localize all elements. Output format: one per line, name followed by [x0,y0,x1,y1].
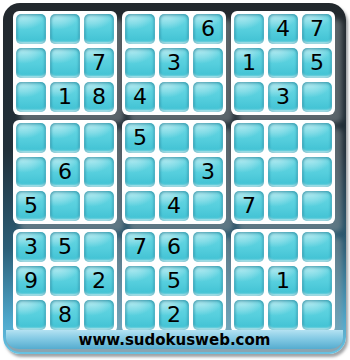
cell-r4c8[interactable] [268,123,298,153]
cell-r2c4[interactable] [125,48,155,78]
cell-r2c2[interactable] [50,48,80,78]
cell-value: 3 [276,86,290,108]
cell-r2c7[interactable]: 1 [234,48,264,78]
cell-r4c9[interactable] [302,123,332,153]
cell-r5c4[interactable] [125,157,155,187]
cell-value: 8 [92,86,106,108]
box-r3c1: 35928 [13,229,117,333]
cell-value: 7 [242,195,256,217]
cell-value: 5 [58,236,72,258]
cell-r6c2[interactable] [50,191,80,221]
cell-r3c3[interactable]: 8 [84,82,114,112]
cell-r3c4[interactable]: 4 [125,82,155,112]
cell-r7c6[interactable] [193,232,223,262]
cell-r8c6[interactable] [193,266,223,296]
box-r3c3: 1 [231,229,335,333]
cell-r1c5[interactable] [159,14,189,44]
cell-r3c6[interactable] [193,82,223,112]
cell-value: 5 [310,52,324,74]
cell-value: 8 [58,304,72,326]
cell-r4c7[interactable] [234,123,264,153]
cell-r9c6[interactable] [193,300,223,330]
cell-value: 5 [133,127,147,149]
cell-r5c2[interactable]: 6 [50,157,80,187]
cell-r6c1[interactable]: 5 [16,191,46,221]
cell-value: 3 [24,236,38,258]
cell-value: 7 [310,18,324,40]
cell-value: 6 [167,236,181,258]
cell-r8c4[interactable] [125,266,155,296]
cell-r7c5[interactable]: 6 [159,232,189,262]
cell-r1c7[interactable] [234,14,264,44]
cell-r8c8[interactable]: 1 [268,266,298,296]
cell-r6c3[interactable] [84,191,114,221]
cell-r3c5[interactable] [159,82,189,112]
cell-r1c8[interactable]: 4 [268,14,298,44]
cell-r7c8[interactable] [268,232,298,262]
cell-r9c2[interactable]: 8 [50,300,80,330]
cell-value: 3 [167,52,181,74]
cell-r3c1[interactable] [16,82,46,112]
cell-r8c5[interactable]: 5 [159,266,189,296]
cell-r5c6[interactable]: 3 [193,157,223,187]
box-r1c3: 47153 [231,11,335,115]
cell-r8c7[interactable] [234,266,264,296]
cell-r1c3[interactable] [84,14,114,44]
cell-r1c4[interactable] [125,14,155,44]
cell-r5c5[interactable] [159,157,189,187]
cell-value: 4 [133,86,147,108]
cell-r8c1[interactable]: 9 [16,266,46,296]
cell-r3c7[interactable] [234,82,264,112]
cell-r2c9[interactable]: 5 [302,48,332,78]
cell-value: 4 [276,18,290,40]
cell-r4c5[interactable] [159,123,189,153]
cell-r9c5[interactable]: 2 [159,300,189,330]
cell-r6c5[interactable]: 4 [159,191,189,221]
cell-r4c6[interactable] [193,123,223,153]
cell-r3c9[interactable] [302,82,332,112]
cell-r8c2[interactable] [50,266,80,296]
cell-r1c9[interactable]: 7 [302,14,332,44]
box-r3c2: 7652 [122,229,226,333]
cell-r2c6[interactable] [193,48,223,78]
cell-r2c3[interactable]: 7 [84,48,114,78]
cell-value: 1 [242,52,256,74]
cell-r6c9[interactable] [302,191,332,221]
cell-r7c3[interactable] [84,232,114,262]
cell-r6c6[interactable] [193,191,223,221]
box-r1c1: 718 [13,11,117,115]
cell-value: 6 [201,18,215,40]
page: { "game": "sudoku", "position": ".....6.… [0,0,350,360]
cell-r5c7[interactable] [234,157,264,187]
cell-value: 1 [58,86,72,108]
cell-r7c9[interactable] [302,232,332,262]
cell-r2c8[interactable] [268,48,298,78]
cell-r9c7[interactable] [234,300,264,330]
cell-r7c4[interactable]: 7 [125,232,155,262]
cell-r8c9[interactable] [302,266,332,296]
cell-r8c3[interactable]: 2 [84,266,114,296]
cell-r6c8[interactable] [268,191,298,221]
cell-r5c9[interactable] [302,157,332,187]
cell-value: 6 [58,161,72,183]
cell-value: 2 [92,270,106,292]
cell-r4c3[interactable] [84,123,114,153]
cell-r3c8[interactable]: 3 [268,82,298,112]
cell-r9c1[interactable] [16,300,46,330]
cell-r9c8[interactable] [268,300,298,330]
cell-r3c2[interactable]: 1 [50,82,80,112]
cell-r2c5[interactable]: 3 [159,48,189,78]
cell-r1c2[interactable] [50,14,80,44]
cell-r7c7[interactable] [234,232,264,262]
cell-r9c3[interactable] [84,300,114,330]
cell-r4c1[interactable] [16,123,46,153]
cell-value: 9 [24,270,38,292]
cell-r5c3[interactable] [84,157,114,187]
sudoku-grid: 718634471536553473592876521 [13,11,335,333]
cell-r1c6[interactable]: 6 [193,14,223,44]
cell-r6c7[interactable]: 7 [234,191,264,221]
cell-r9c4[interactable] [125,300,155,330]
box-r2c1: 65 [13,120,117,224]
cell-r9c9[interactable] [302,300,332,330]
box-r2c3: 7 [231,120,335,224]
cell-r2c1[interactable] [16,48,46,78]
box-r2c2: 534 [122,120,226,224]
cell-r7c2[interactable]: 5 [50,232,80,262]
cell-r4c2[interactable] [50,123,80,153]
board-frame: 718634471536553473592876521 www.sudokusw… [3,3,346,354]
cell-value: 7 [133,236,147,258]
cell-value: 4 [167,195,181,217]
cell-value: 5 [167,270,181,292]
box-r1c2: 634 [122,11,226,115]
cell-value: 7 [92,52,106,74]
cell-r6c4[interactable] [125,191,155,221]
cell-value: 2 [167,304,181,326]
cell-value: 1 [276,270,290,292]
cell-value: 5 [24,195,38,217]
cell-r1c1[interactable] [16,14,46,44]
cell-r4c4[interactable]: 5 [125,123,155,153]
footer-bar: www.sudokusweb.com [6,330,343,352]
cell-r7c1[interactable]: 3 [16,232,46,262]
footer-link[interactable]: www.sudokusweb.com [79,331,271,349]
cell-r5c8[interactable] [268,157,298,187]
cell-value: 3 [201,161,215,183]
cell-r5c1[interactable] [16,157,46,187]
